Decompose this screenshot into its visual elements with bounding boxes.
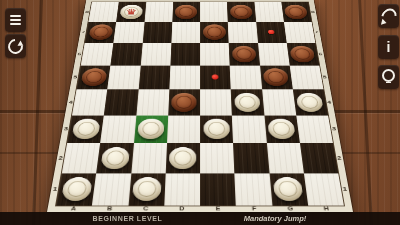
square-c4[interactable] bbox=[136, 89, 169, 115]
square-b8[interactable]: ♛ bbox=[116, 2, 146, 22]
undo-arrow-icon bbox=[378, 5, 399, 26]
rotate-board-button[interactable] bbox=[5, 34, 26, 58]
square-d1[interactable] bbox=[164, 173, 200, 206]
white-piece[interactable] bbox=[273, 177, 304, 201]
square-g3[interactable] bbox=[264, 115, 300, 143]
checkers-board: ♛ 87654321 87654321 ABCDEFGH bbox=[47, 0, 353, 212]
square-b1[interactable] bbox=[92, 173, 131, 206]
square-a4[interactable] bbox=[72, 89, 107, 115]
brown-piece[interactable] bbox=[80, 68, 107, 86]
white-piece[interactable] bbox=[169, 147, 197, 169]
undo-button[interactable] bbox=[378, 4, 399, 28]
brown-piece[interactable] bbox=[171, 93, 197, 112]
square-b7[interactable] bbox=[114, 22, 145, 43]
jump-target-dot[interactable] bbox=[212, 75, 219, 80]
square-f4[interactable] bbox=[231, 89, 264, 115]
brown-piece[interactable] bbox=[232, 46, 257, 62]
square-e3[interactable] bbox=[200, 115, 233, 143]
white-piece[interactable] bbox=[203, 119, 230, 139]
square-f3[interactable] bbox=[232, 115, 266, 143]
square-b2[interactable] bbox=[96, 143, 133, 173]
hint-button[interactable] bbox=[378, 65, 399, 89]
square-f7[interactable] bbox=[228, 22, 258, 43]
brown-piece[interactable] bbox=[284, 5, 308, 19]
square-b5[interactable] bbox=[107, 65, 140, 89]
square-e5[interactable] bbox=[200, 65, 231, 89]
white-piece[interactable] bbox=[268, 119, 296, 139]
square-g1[interactable] bbox=[269, 173, 308, 206]
mandatory-jump-message: Mandatory Jump! bbox=[205, 212, 345, 225]
square-f6[interactable] bbox=[229, 43, 260, 65]
brown-piece[interactable] bbox=[203, 25, 226, 40]
white-piece[interactable] bbox=[137, 119, 164, 139]
square-e8[interactable] bbox=[200, 2, 228, 22]
square-c3[interactable] bbox=[134, 115, 168, 143]
brown-piece[interactable] bbox=[175, 5, 197, 19]
square-f5[interactable] bbox=[230, 65, 262, 89]
square-d3[interactable] bbox=[167, 115, 200, 143]
white-piece[interactable] bbox=[100, 147, 130, 169]
jump-target-dot[interactable] bbox=[268, 30, 275, 34]
brown-piece[interactable] bbox=[88, 25, 113, 40]
square-a3[interactable] bbox=[67, 115, 104, 143]
square-h2[interactable] bbox=[300, 143, 338, 173]
square-a5[interactable] bbox=[77, 65, 111, 89]
square-e2[interactable] bbox=[200, 143, 235, 173]
square-f2[interactable] bbox=[233, 143, 269, 173]
square-h8[interactable] bbox=[281, 2, 311, 22]
square-h7[interactable] bbox=[284, 22, 316, 43]
white-piece[interactable] bbox=[132, 177, 162, 201]
white-piece[interactable] bbox=[71, 119, 100, 139]
board-playing-field: ♛ bbox=[56, 2, 344, 206]
square-e7[interactable] bbox=[200, 22, 229, 43]
square-a6[interactable] bbox=[81, 43, 114, 65]
square-a1[interactable] bbox=[56, 173, 96, 206]
square-c2[interactable] bbox=[131, 143, 167, 173]
square-a2[interactable] bbox=[62, 143, 100, 173]
square-g5[interactable] bbox=[260, 65, 293, 89]
square-g8[interactable] bbox=[254, 2, 284, 22]
square-b4[interactable] bbox=[104, 89, 138, 115]
square-d5[interactable] bbox=[169, 65, 200, 89]
square-h4[interactable] bbox=[293, 89, 328, 115]
square-c5[interactable] bbox=[138, 65, 170, 89]
square-f1[interactable] bbox=[235, 173, 272, 206]
lightbulb-icon bbox=[382, 69, 395, 82]
square-d8[interactable] bbox=[172, 2, 200, 22]
square-d4[interactable] bbox=[168, 89, 200, 115]
checkers-board-perspective: ♛ 87654321 87654321 ABCDEFGH bbox=[47, 0, 353, 212]
brown-piece[interactable] bbox=[230, 5, 253, 19]
square-b3[interactable] bbox=[100, 115, 136, 143]
level-label: BEGINNER LEVEL bbox=[55, 212, 200, 225]
square-c1[interactable] bbox=[128, 173, 165, 206]
brown-piece[interactable] bbox=[290, 46, 316, 62]
white-king-piece[interactable]: ♛ bbox=[119, 5, 143, 19]
bottom-status-bar: BEGINNER LEVEL Mandatory Jump! bbox=[0, 212, 400, 225]
square-a8[interactable] bbox=[88, 2, 118, 22]
square-b6[interactable] bbox=[111, 43, 143, 65]
square-d6[interactable] bbox=[170, 43, 200, 65]
white-piece[interactable] bbox=[234, 93, 260, 112]
info-button[interactable]: i bbox=[378, 35, 399, 59]
hamburger-menu-icon bbox=[10, 15, 21, 25]
rotate-icon bbox=[5, 35, 26, 56]
square-a7[interactable] bbox=[85, 22, 117, 43]
square-e6[interactable] bbox=[200, 43, 230, 65]
square-d7[interactable] bbox=[171, 22, 200, 43]
square-h6[interactable] bbox=[286, 43, 319, 65]
square-c7[interactable] bbox=[142, 22, 172, 43]
square-e4[interactable] bbox=[200, 89, 232, 115]
square-f8[interactable] bbox=[227, 2, 256, 22]
square-g7[interactable] bbox=[256, 22, 287, 43]
square-d2[interactable] bbox=[165, 143, 200, 173]
square-g2[interactable] bbox=[266, 143, 303, 173]
square-c8[interactable] bbox=[144, 2, 173, 22]
brown-piece[interactable] bbox=[263, 68, 289, 86]
white-piece[interactable] bbox=[296, 93, 324, 112]
square-h1[interactable] bbox=[304, 173, 344, 206]
square-h3[interactable] bbox=[296, 115, 333, 143]
square-g6[interactable] bbox=[258, 43, 290, 65]
square-h5[interactable] bbox=[289, 65, 323, 89]
info-icon: i bbox=[387, 40, 391, 54]
square-c6[interactable] bbox=[140, 43, 171, 65]
square-e1[interactable] bbox=[200, 173, 236, 206]
white-piece[interactable] bbox=[61, 177, 93, 201]
square-g4[interactable] bbox=[262, 89, 296, 115]
king-crown-icon: ♛ bbox=[119, 5, 143, 19]
menu-button[interactable] bbox=[5, 8, 26, 32]
